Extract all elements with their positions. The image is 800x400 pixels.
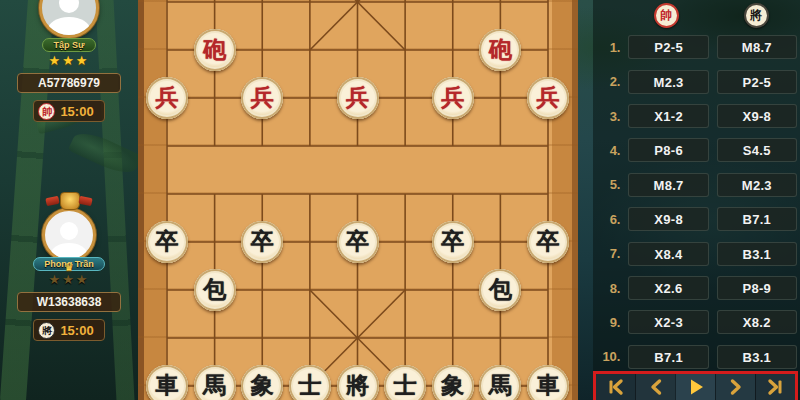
black-move[interactable]: B3.1 <box>717 242 797 266</box>
go-end-icon <box>766 378 785 396</box>
red-general-icon: 帥 <box>38 103 55 120</box>
piece-red-soldier[interactable]: 兵 <box>527 77 569 119</box>
black-move[interactable]: X8.2 <box>717 310 797 334</box>
player-card-black: ♛ Phong Trần ★★★ W13638638 將 15:00 <box>0 192 138 341</box>
black-move[interactable]: M8.7 <box>717 35 797 59</box>
red-move[interactable]: B7.1 <box>628 345 708 369</box>
emblem-medal <box>60 192 80 210</box>
xiangqi-board[interactable]: 車馬相仕帥仕相馬車砲砲兵兵兵兵兵卒卒卒卒卒包包車馬象士將士象馬車 <box>138 0 580 400</box>
black-side-icon: 將 <box>744 3 769 28</box>
red-move[interactable]: P8-6 <box>628 138 708 162</box>
play-icon <box>686 377 706 397</box>
clock-time: 15:00 <box>60 323 93 338</box>
replay-controls <box>593 371 798 400</box>
move-number: 3. <box>595 109 624 124</box>
move-row: 5. M8.7 M2.3 <box>593 168 800 202</box>
piece-black-soldier[interactable]: 卒 <box>146 221 188 263</box>
red-move[interactable]: X9-8 <box>628 207 708 231</box>
emblem-wing <box>45 196 59 207</box>
red-side-icon: 帥 <box>654 3 679 28</box>
player-clock-red: 帥 15:00 <box>33 100 104 122</box>
step-back-icon <box>648 378 664 396</box>
move-row: 3. X1-2 X9-8 <box>593 99 800 133</box>
move-row: 1. P2-5 M8.7 <box>593 30 800 64</box>
piece-red-soldier[interactable]: 兵 <box>146 77 188 119</box>
red-move[interactable]: X1-2 <box>628 104 708 128</box>
red-move[interactable]: X2-3 <box>628 310 708 334</box>
move-row: 2. M2.3 P2-5 <box>593 64 800 98</box>
step-forward-button[interactable] <box>715 374 755 400</box>
move-number: 1. <box>595 40 624 55</box>
move-number: 9. <box>595 315 624 330</box>
move-row: 7. X8.4 B3.1 <box>593 236 800 270</box>
black-move[interactable]: B7.1 <box>717 207 797 231</box>
emblem-wing <box>78 196 92 207</box>
move-number: 7. <box>595 246 624 261</box>
piece-black-elephant[interactable]: 象 <box>241 365 283 400</box>
go-start-icon <box>606 378 625 396</box>
move-number: 8. <box>595 281 624 296</box>
player-clock-black: 將 15:00 <box>33 319 104 341</box>
piece-red-cannon[interactable]: 砲 <box>194 29 236 71</box>
piece-black-elephant[interactable]: 象 <box>432 365 474 400</box>
black-move[interactable]: P8-9 <box>717 276 797 300</box>
move-number: 6. <box>595 212 624 227</box>
black-move[interactable]: B3.1 <box>717 345 797 369</box>
vip-emblem-icon <box>46 192 92 212</box>
rank-badge: Tập Sự <box>42 38 95 52</box>
black-move[interactable]: M2.3 <box>717 173 797 197</box>
avatar-silhouette <box>59 0 80 13</box>
black-general-icon: 將 <box>38 322 55 339</box>
player-id: W13638638 <box>17 292 121 312</box>
move-list-header: 帥 將 <box>593 0 800 30</box>
player-card-red: ★ Tập Sự ★★★ A57786979 帥 15:00 <box>0 0 138 122</box>
piece-black-general[interactable]: 將 <box>337 365 379 400</box>
piece-black-advisor[interactable]: 士 <box>289 365 331 400</box>
piece-black-cannon[interactable]: 包 <box>194 269 236 311</box>
star-rating: ★★★ <box>49 273 90 287</box>
move-row: 6. X9-8 B7.1 <box>593 202 800 236</box>
piece-black-soldier[interactable]: 卒 <box>432 221 474 263</box>
right-panel: 帥 將 1. P2-5 M8.7 2. M2.3 P2-5 3. X1-2 X9… <box>578 0 800 400</box>
piece-black-soldier[interactable]: 卒 <box>241 221 283 263</box>
piece-black-horse[interactable]: 馬 <box>194 365 236 400</box>
player-id: A57786979 <box>17 73 121 93</box>
step-forward-icon <box>728 378 744 396</box>
red-move[interactable]: M2.3 <box>628 70 708 94</box>
avatar-silhouette <box>48 17 89 38</box>
crown-icon: ♛ <box>64 262 74 272</box>
piece-black-chariot[interactable]: 車 <box>146 365 188 400</box>
move-row: 8. X2.6 P8-9 <box>593 271 800 305</box>
move-row: 10. B7.1 B3.1 <box>593 340 800 374</box>
black-move[interactable]: S4.5 <box>717 138 797 162</box>
move-list-panel: 帥 將 1. P2-5 M8.7 2. M2.3 P2-5 3. X1-2 X9… <box>593 0 800 400</box>
star-rating: ★★★ <box>49 54 90 68</box>
move-number: 10. <box>595 349 624 364</box>
move-row: 9. X2-3 X8.2 <box>593 305 800 339</box>
piece-black-chariot[interactable]: 車 <box>527 365 569 400</box>
red-move[interactable]: X8.4 <box>628 242 708 266</box>
avatar-silhouette <box>60 222 78 240</box>
go-end-button[interactable] <box>755 374 795 400</box>
play-button[interactable] <box>675 374 715 400</box>
red-move[interactable]: X2.6 <box>628 276 708 300</box>
red-move[interactable]: P2-5 <box>628 35 708 59</box>
piece-black-advisor[interactable]: 士 <box>384 365 426 400</box>
avatar <box>42 208 96 262</box>
black-move[interactable]: X9-8 <box>717 104 797 128</box>
piece-red-soldier[interactable]: 兵 <box>241 77 283 119</box>
sidebar: ★ Tập Sự ★★★ A57786979 帥 15:00 ♛ Phong T… <box>0 0 138 400</box>
red-move[interactable]: M8.7 <box>628 173 708 197</box>
clock-time: 15:00 <box>60 104 93 119</box>
move-number: 5. <box>595 177 624 192</box>
avatar <box>39 0 99 38</box>
piece-red-soldier[interactable]: 兵 <box>432 77 474 119</box>
move-row: 4. P8-6 S4.5 <box>593 133 800 167</box>
piece-black-soldier[interactable]: 卒 <box>337 221 379 263</box>
move-number: 4. <box>595 143 624 158</box>
piece-black-soldier[interactable]: 卒 <box>527 221 569 263</box>
go-start-button[interactable] <box>596 374 635 400</box>
step-back-button[interactable] <box>635 374 675 400</box>
move-list: 1. P2-5 M8.7 2. M2.3 P2-5 3. X1-2 X9-8 4… <box>593 30 800 374</box>
black-move[interactable]: P2-5 <box>717 70 797 94</box>
piece-red-soldier[interactable]: 兵 <box>337 77 379 119</box>
move-number: 2. <box>595 74 624 89</box>
